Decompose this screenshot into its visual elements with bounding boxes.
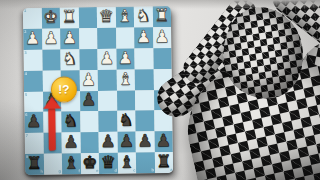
file-label-b: b (151, 168, 154, 172)
square-c8[interactable]: ♝c (117, 153, 136, 174)
square-f6[interactable]: ♞ (61, 112, 80, 133)
white-piece-f2: ♟ (62, 29, 77, 46)
white-piece-h2: ♟ (25, 30, 40, 47)
square-b1[interactable]: ♞ (134, 6, 153, 27)
file-label-e: e (96, 169, 98, 173)
square-e6[interactable] (80, 111, 99, 132)
square-g1[interactable]: ♚ (41, 8, 60, 29)
black-piece-c6: ♞ (118, 112, 133, 129)
square-c6[interactable]: ♞ (117, 111, 136, 132)
square-h1[interactable]: 1 (23, 8, 42, 29)
rank-label-8: 8 (26, 155, 28, 159)
square-d2[interactable] (97, 28, 116, 49)
square-h8[interactable]: ♜8h (25, 154, 44, 175)
rank-label-6: 6 (25, 113, 27, 117)
file-label-h: h (40, 170, 43, 174)
square-g3[interactable] (42, 49, 61, 70)
black-piece-f7: ♟ (63, 133, 78, 150)
square-d1[interactable]: ♛ (97, 7, 116, 28)
square-f8[interactable]: ♝f (62, 153, 81, 174)
square-f3[interactable]: ♞ (60, 49, 79, 70)
square-e4[interactable]: ♟ (79, 70, 98, 91)
white-piece-b2: ♟ (136, 28, 151, 45)
black-piece-d7: ♟ (100, 133, 115, 150)
rank-label-7: 7 (26, 134, 28, 138)
square-d4[interactable] (98, 69, 117, 90)
square-h7[interactable]: 7 (25, 133, 44, 154)
black-piece-e8: ♚ (82, 154, 97, 171)
black-piece-f6: ♞ (63, 113, 78, 130)
square-b4[interactable] (135, 69, 154, 90)
black-piece-f8: ♝ (64, 154, 79, 171)
chess-board: 1♚♜♛♝♞♜♟2♟♟♟♟3♞♟♟4♟♝5♟♟♟6♞♞7♟♟♟♟♟♜8hg♝f♚… (23, 6, 173, 175)
square-c7[interactable]: ♟ (117, 132, 136, 153)
square-d7[interactable]: ♟ (99, 132, 118, 153)
square-c5[interactable] (116, 90, 135, 111)
square-e2[interactable] (79, 28, 98, 49)
square-a8[interactable]: ♜a (154, 152, 173, 173)
square-h3[interactable]: 3 (23, 50, 42, 71)
black-piece-a8: ♜ (156, 153, 171, 170)
black-piece-c8: ♝ (119, 154, 134, 171)
square-b8[interactable]: b (136, 152, 155, 173)
square-d8[interactable]: ♛d (99, 153, 118, 174)
white-piece-a2: ♟ (154, 28, 169, 45)
white-piece-g1: ♚ (43, 8, 58, 25)
square-c4[interactable]: ♝ (116, 69, 135, 90)
square-f2[interactable]: ♟ (60, 28, 79, 49)
white-piece-a1: ♜ (154, 7, 169, 24)
file-label-g: g (59, 170, 62, 174)
white-piece-d3: ♟ (99, 49, 114, 66)
square-f1[interactable]: ♜ (60, 7, 79, 28)
square-e3[interactable] (79, 49, 98, 70)
square-c2[interactable] (116, 27, 135, 48)
rank-label-5: 5 (25, 92, 27, 96)
black-piece-h8: ♜ (27, 155, 42, 172)
white-piece-c4: ♝ (118, 70, 133, 87)
square-d5[interactable] (98, 90, 117, 111)
square-b6[interactable] (135, 111, 154, 132)
move-assessment-text: !? (58, 82, 70, 96)
white-piece-d1: ♛ (98, 8, 113, 25)
square-g8[interactable]: g (43, 154, 62, 175)
square-g2[interactable]: ♟ (42, 28, 61, 49)
white-piece-f3: ♞ (62, 50, 77, 67)
black-piece-h6: ♟ (26, 113, 41, 130)
square-b5[interactable] (135, 90, 154, 111)
square-d3[interactable]: ♟ (97, 48, 116, 69)
square-d6[interactable] (98, 111, 117, 132)
black-piece-a7: ♟ (156, 132, 171, 149)
square-a7[interactable]: ♟ (154, 131, 173, 152)
square-b3[interactable] (134, 48, 153, 69)
square-a1[interactable]: ♜ (152, 6, 171, 27)
square-b7[interactable]: ♟ (136, 131, 155, 152)
thumbnail-background: 1♚♜♛♝♞♜♟2♟♟♟♟3♞♟♟4♟♝5♟♟♟6♞♞7♟♟♟♟♟♜8hg♝f♚… (0, 0, 320, 180)
white-piece-g2: ♟ (43, 29, 58, 46)
white-piece-c3: ♟ (118, 49, 133, 66)
square-c1[interactable]: ♝ (115, 6, 134, 27)
file-label-f: f (78, 169, 79, 173)
square-h5[interactable]: 5 (24, 91, 43, 112)
file-label-d: d (114, 169, 117, 173)
square-b2[interactable]: ♟ (134, 27, 153, 48)
black-piece-b7: ♟ (137, 132, 152, 149)
white-piece-e4: ♟ (81, 71, 96, 88)
rank-label-2: 2 (24, 30, 26, 34)
square-h4[interactable]: 4 (24, 70, 43, 91)
chess-board-grid: 1♚♜♛♝♞♜♟2♟♟♟♟3♞♟♟4♟♝5♟♟♟6♞♞7♟♟♟♟♟♜8hg♝f♚… (23, 6, 173, 175)
square-e5[interactable]: ♟ (80, 91, 99, 112)
white-piece-b1: ♞ (135, 7, 150, 24)
white-piece-f1: ♜ (61, 8, 76, 25)
white-piece-c1: ♝ (117, 7, 132, 24)
square-e8[interactable]: ♚e (80, 153, 99, 174)
file-label-c: c (133, 168, 135, 172)
square-c3[interactable]: ♟ (116, 48, 135, 69)
square-a2[interactable]: ♟ (153, 27, 172, 48)
square-h6[interactable]: ♟6 (24, 112, 43, 133)
rank-label-1: 1 (24, 9, 26, 13)
file-label-a: a (170, 168, 172, 172)
black-piece-c7: ♟ (119, 133, 134, 150)
square-h2[interactable]: ♟2 (23, 29, 42, 50)
rank-label-3: 3 (24, 51, 26, 55)
black-piece-e5: ♟ (81, 91, 96, 108)
square-a3[interactable] (153, 48, 172, 69)
square-f7[interactable]: ♟ (62, 133, 81, 154)
move-arrow-shaft (48, 108, 56, 151)
square-e7[interactable] (80, 132, 99, 153)
black-piece-d8: ♛ (101, 154, 116, 171)
rank-label-4: 4 (25, 72, 27, 76)
square-e1[interactable] (78, 7, 97, 28)
